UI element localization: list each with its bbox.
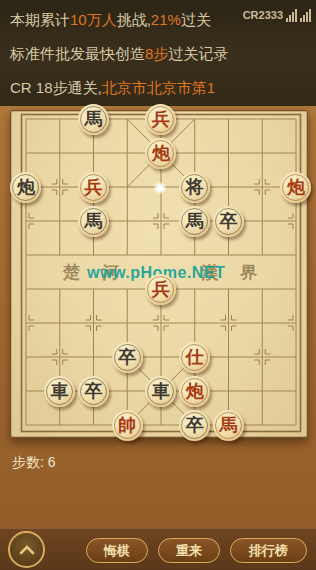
piece-red-advisor[interactable]: 仕 bbox=[179, 342, 210, 373]
piece-red-cannon[interactable]: 炮 bbox=[280, 172, 311, 203]
piece-red-pawn[interactable]: 兵 bbox=[145, 274, 176, 305]
move-counter: 步数: 6 bbox=[12, 454, 56, 472]
restart-button[interactable]: 重来 bbox=[158, 538, 220, 563]
piece-black-pawn[interactable]: 卒 bbox=[112, 342, 143, 373]
piece-black-general[interactable]: 将 bbox=[179, 172, 210, 203]
piece-red-cannon[interactable]: 炮 bbox=[145, 138, 176, 169]
piece-black-horse[interactable]: 馬 bbox=[78, 206, 109, 237]
piece-red-pawn[interactable]: 兵 bbox=[145, 104, 176, 135]
xiangqi-app: 本期累计10万人挑战,21%过关 标准件批发最快创造8步过关记录 CR 18步通… bbox=[0, 0, 316, 570]
piece-black-pawn[interactable]: 卒 bbox=[213, 206, 244, 237]
piece-black-pawn[interactable]: 卒 bbox=[78, 376, 109, 407]
piece-red-general[interactable]: 帥 bbox=[112, 410, 143, 441]
cr-badge: CR2333 bbox=[243, 9, 311, 22]
piece-black-horse[interactable]: 馬 bbox=[78, 104, 109, 135]
chevron-up-icon bbox=[19, 545, 35, 555]
move-hint-dot bbox=[153, 181, 167, 195]
expand-button[interactable] bbox=[8, 531, 45, 568]
undo-button[interactable]: 悔棋 bbox=[86, 538, 148, 563]
signal-bars-icon bbox=[300, 9, 311, 22]
piece-black-horse[interactable]: 馬 bbox=[179, 206, 210, 237]
board-grid[interactable]: 馬兵炮炮兵将炮馬馬卒兵卒仕車卒車炮帥卒馬 bbox=[9, 102, 313, 442]
leaderboard-button[interactable]: 排行榜 bbox=[230, 538, 307, 563]
header: 本期累计10万人挑战,21%过关 标准件批发最快创造8步过关记录 CR 18步通… bbox=[0, 0, 316, 106]
bottom-bar: 悔棋 重来 排行榜 bbox=[0, 528, 316, 570]
signal-bars-icon bbox=[286, 9, 297, 22]
header-line-2: 标准件批发最快创造8步过关记录 bbox=[10, 37, 316, 71]
piece-black-chariot[interactable]: 車 bbox=[145, 376, 176, 407]
header-line-3: CR 18步通关,北京市北京市第1 bbox=[10, 71, 316, 105]
xiangqi-board[interactable]: 楚 河 漢 界 www.pHome.NET 馬兵炮炮兵将炮馬馬卒兵卒仕車卒車炮帥… bbox=[10, 110, 308, 438]
piece-black-cannon[interactable]: 炮 bbox=[10, 172, 41, 203]
cr-badge-label: CR2333 bbox=[243, 9, 283, 22]
piece-red-cannon[interactable]: 炮 bbox=[179, 376, 210, 407]
piece-black-pawn[interactable]: 卒 bbox=[179, 410, 210, 441]
piece-red-pawn[interactable]: 兵 bbox=[78, 172, 109, 203]
piece-black-chariot[interactable]: 車 bbox=[44, 376, 75, 407]
piece-red-horse[interactable]: 馬 bbox=[213, 410, 244, 441]
